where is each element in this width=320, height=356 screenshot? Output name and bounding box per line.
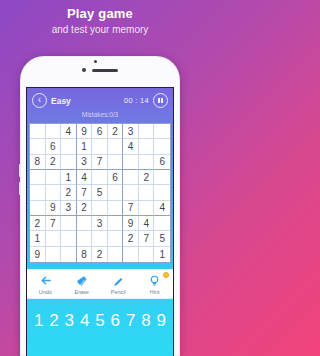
sudoku-cell-r9c8[interactable]	[139, 247, 155, 262]
sudoku-cell-r9c4[interactable]: 8	[77, 247, 93, 262]
sudoku-cell-r4c1[interactable]	[30, 170, 46, 185]
sudoku-cell-r8c4[interactable]	[77, 231, 93, 246]
hero-title: Play game	[0, 6, 200, 21]
sudoku-cell-r9c6[interactable]	[108, 247, 124, 262]
sudoku-cell-r2c1[interactable]	[30, 139, 46, 154]
pencil-icon	[112, 274, 125, 288]
sudoku-cell-r6c5[interactable]	[92, 201, 108, 216]
sudoku-board: 49623614823761462275932742739412759821	[29, 123, 171, 263]
sudoku-cell-r1c1[interactable]	[30, 124, 46, 139]
erase-button[interactable]: Erase	[67, 274, 97, 295]
sudoku-cell-r9c7[interactable]	[123, 247, 139, 262]
sudoku-cell-r5c8[interactable]	[139, 185, 155, 200]
sudoku-cell-r1c7[interactable]: 3	[123, 124, 139, 139]
numpad-digit-2[interactable]: 2	[46, 311, 61, 331]
sudoku-cell-r6c3[interactable]: 3	[61, 201, 77, 216]
sudoku-cell-r1c2[interactable]	[46, 124, 62, 139]
sudoku-cell-r3c9[interactable]: 6	[154, 155, 170, 170]
sudoku-cell-r3c2[interactable]: 2	[46, 155, 62, 170]
numpad-digit-5[interactable]: 5	[92, 311, 107, 331]
numpad-digit-7[interactable]: 7	[123, 311, 138, 331]
sudoku-cell-r5c4[interactable]: 7	[77, 185, 93, 200]
sudoku-cell-r3c3[interactable]	[61, 155, 77, 170]
erase-label: Erase	[75, 289, 89, 295]
phone-screen: ‹ Easy 00 : 14 Mistakes:0/3 496236148237…	[26, 87, 174, 356]
pause-button[interactable]	[153, 93, 168, 108]
numpad-digit-4[interactable]: 4	[77, 311, 92, 331]
sudoku-cell-r1c9[interactable]	[154, 124, 170, 139]
numpad-digit-1[interactable]: 1	[31, 311, 46, 331]
camera-icon	[82, 68, 86, 72]
phone-frame: ‹ Easy 00 : 14 Mistakes:0/3 496236148237…	[20, 56, 180, 356]
eraser-icon	[75, 274, 88, 288]
sudoku-cell-r6c7[interactable]: 7	[123, 201, 139, 216]
sudoku-cell-r3c8[interactable]	[139, 155, 155, 170]
sudoku-cell-r4c8[interactable]: 2	[139, 170, 155, 185]
sudoku-cell-r9c9[interactable]: 1	[154, 247, 170, 262]
sudoku-cell-r4c9[interactable]	[154, 170, 170, 185]
mistakes-counter: Mistakes:0/3	[27, 111, 173, 118]
difficulty-label: Easy	[51, 96, 71, 106]
sudoku-cell-r8c8[interactable]: 7	[139, 231, 155, 246]
sudoku-cell-r7c2[interactable]: 7	[46, 216, 62, 231]
undo-icon	[39, 274, 52, 288]
sudoku-cell-r6c6[interactable]	[108, 201, 124, 216]
sudoku-cell-r4c4[interactable]: 4	[77, 170, 93, 185]
sudoku-cell-r4c2[interactable]	[46, 170, 62, 185]
sudoku-cell-r3c6[interactable]	[108, 155, 124, 170]
sudoku-cell-r5c2[interactable]	[46, 185, 62, 200]
sudoku-cell-r3c1[interactable]: 8	[30, 155, 46, 170]
sudoku-cell-r8c2[interactable]	[46, 231, 62, 246]
sudoku-cell-r2c7[interactable]: 4	[123, 139, 139, 154]
sudoku-cell-r8c5[interactable]	[92, 231, 108, 246]
sudoku-cell-r4c6[interactable]: 6	[108, 170, 124, 185]
lightbulb-icon	[148, 274, 161, 288]
undo-button[interactable]: Undo	[30, 274, 60, 295]
hint-label: Hint	[150, 289, 160, 295]
sudoku-cell-r7c8[interactable]: 4	[139, 216, 155, 231]
sudoku-cell-r8c6[interactable]	[108, 231, 124, 246]
sudoku-cell-r2c3[interactable]	[61, 139, 77, 154]
pencil-label: Pencil	[111, 289, 126, 295]
sudoku-cell-r1c3[interactable]: 4	[61, 124, 77, 139]
sudoku-cell-r5c9[interactable]	[154, 185, 170, 200]
sudoku-cell-r7c6[interactable]	[108, 216, 124, 231]
sudoku-cell-r1c4[interactable]: 9	[77, 124, 93, 139]
sudoku-cell-r6c4[interactable]: 2	[77, 201, 93, 216]
sudoku-cell-r2c2[interactable]: 6	[46, 139, 62, 154]
sudoku-cell-r1c5[interactable]: 6	[92, 124, 108, 139]
sudoku-cell-r8c7[interactable]: 2	[123, 231, 139, 246]
volume-down-button	[19, 182, 21, 195]
numpad-digit-9[interactable]: 9	[154, 311, 169, 331]
sudoku-cell-r5c1[interactable]	[30, 185, 46, 200]
game-header: ‹ Easy 00 : 14	[27, 88, 173, 108]
pause-icon	[158, 98, 163, 103]
sudoku-cell-r1c8[interactable]	[139, 124, 155, 139]
sudoku-cell-r9c3[interactable]	[61, 247, 77, 262]
sudoku-cell-r2c9[interactable]	[154, 139, 170, 154]
sudoku-cell-r1c6[interactable]: 2	[108, 124, 124, 139]
undo-label: Undo	[39, 289, 52, 295]
sudoku-cell-r2c5[interactable]	[92, 139, 108, 154]
hero-banner: Play game and test your memory	[0, 6, 200, 35]
sudoku-cell-r5c3[interactable]: 2	[61, 185, 77, 200]
sudoku-cell-r5c7[interactable]	[123, 185, 139, 200]
front-camera-dot-icon	[94, 60, 97, 63]
back-button[interactable]: ‹	[32, 93, 47, 108]
sudoku-cell-r3c4[interactable]: 3	[77, 155, 93, 170]
sudoku-cell-r2c4[interactable]: 1	[77, 139, 93, 154]
toolbar: Undo Erase Pencil	[27, 269, 173, 299]
sudoku-cell-r7c9[interactable]	[154, 216, 170, 231]
sudoku-cell-r3c7[interactable]	[123, 155, 139, 170]
sudoku-cell-r6c9[interactable]: 4	[154, 201, 170, 216]
sudoku-cell-r5c6[interactable]	[108, 185, 124, 200]
sudoku-cell-r4c5[interactable]	[92, 170, 108, 185]
sudoku-cell-r8c3[interactable]	[61, 231, 77, 246]
numpad-digit-6[interactable]: 6	[108, 311, 123, 331]
sudoku-cell-r7c7[interactable]: 9	[123, 216, 139, 231]
sudoku-cell-r6c2[interactable]: 9	[46, 201, 62, 216]
sudoku-cell-r9c1[interactable]: 9	[30, 247, 46, 262]
sudoku-cell-r7c3[interactable]	[61, 216, 77, 231]
chevron-left-icon: ‹	[38, 95, 41, 105]
volume-up-button	[19, 164, 21, 177]
sudoku-cell-r9c5[interactable]: 2	[92, 247, 108, 262]
sudoku-cell-r4c3[interactable]: 1	[61, 170, 77, 185]
hint-button[interactable]: Hint	[140, 274, 170, 295]
sudoku-cell-r2c8[interactable]	[139, 139, 155, 154]
sudoku-cell-r6c8[interactable]	[139, 201, 155, 216]
timer: 00 : 14	[124, 96, 149, 105]
sudoku-cell-r7c4[interactable]	[77, 216, 93, 231]
sudoku-cell-r6c1[interactable]	[30, 201, 46, 216]
hint-reward-badge	[163, 272, 169, 278]
hero-subtitle: and test your memory	[0, 24, 200, 35]
sudoku-cell-r8c1[interactable]: 1	[30, 231, 46, 246]
sudoku-cell-r2c6[interactable]	[108, 139, 124, 154]
numpad-digit-3[interactable]: 3	[62, 311, 77, 331]
number-pad: 123456789	[27, 311, 173, 331]
sudoku-cell-r4c7[interactable]	[123, 170, 139, 185]
sensor-row	[20, 68, 180, 72]
sudoku-cell-r3c5[interactable]: 7	[92, 155, 108, 170]
speaker-slot	[92, 69, 118, 72]
sudoku-cell-r7c1[interactable]: 2	[30, 216, 46, 231]
sudoku-cell-r8c9[interactable]: 5	[154, 231, 170, 246]
sudoku-cell-r7c5[interactable]: 3	[92, 216, 108, 231]
numpad-digit-8[interactable]: 8	[138, 311, 153, 331]
sudoku-cell-r9c2[interactable]	[46, 247, 62, 262]
sudoku-cell-r5c5[interactable]: 5	[92, 185, 108, 200]
pencil-button[interactable]: Pencil	[103, 274, 133, 295]
